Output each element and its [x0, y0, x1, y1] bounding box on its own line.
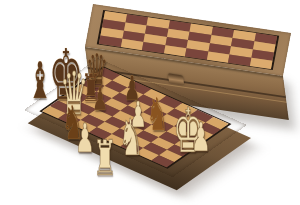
piece-dark-pawn-1[interactable]: ♟ [91, 83, 108, 115]
piece-white-pawn-3[interactable]: ♟ [190, 117, 212, 157]
piece-white-rook[interactable]: ♜ [92, 134, 119, 183]
pieces-layer: ♝♚♛♛♜♟♟♞♟♜♟♞♞♚♟ [0, 0, 300, 205]
piece-dark-knight-2[interactable]: ♞ [145, 91, 170, 137]
piece-white-knight[interactable]: ♞ [117, 111, 145, 162]
chess-set-photo: ♝♚♛♛♜♟♟♞♟♜♟♞♞♚♟ [0, 0, 300, 205]
